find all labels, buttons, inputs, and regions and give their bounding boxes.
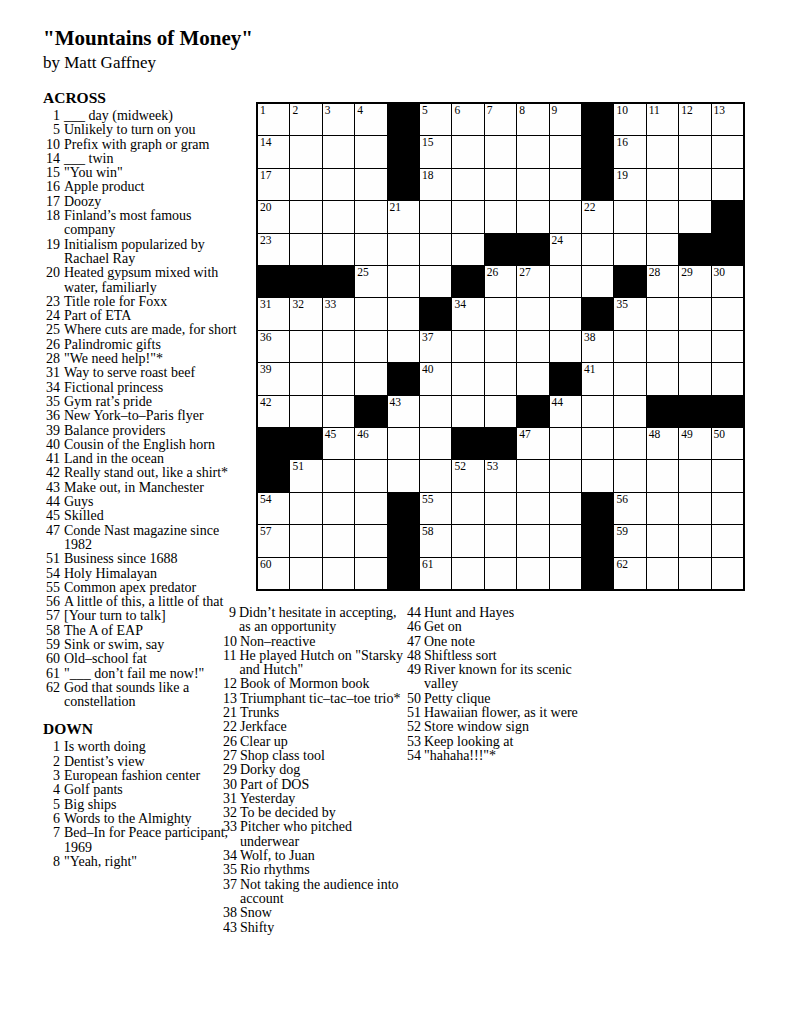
grid-cell[interactable]: 37 xyxy=(420,331,451,362)
clue-number: 27 xyxy=(223,749,237,763)
grid-cell[interactable]: 25 xyxy=(355,266,386,297)
cell-number: 15 xyxy=(422,136,434,148)
cell-number: 43 xyxy=(390,396,402,408)
grid-cell[interactable] xyxy=(517,201,548,232)
grid-cell[interactable] xyxy=(679,525,710,556)
grid-cell[interactable] xyxy=(355,169,386,200)
grid-cell[interactable] xyxy=(323,201,354,232)
clue-text: Title role for Foxx xyxy=(64,295,244,309)
grid-cell[interactable] xyxy=(485,525,516,556)
clue-number: 10 xyxy=(223,635,237,649)
grid-cell[interactable]: 5 xyxy=(420,104,451,135)
grid-cell[interactable]: 27 xyxy=(517,266,548,297)
grid-cell[interactable] xyxy=(388,266,419,297)
cell-number: 24 xyxy=(552,234,564,246)
grid-cell[interactable]: 24 xyxy=(550,234,581,265)
grid-cell[interactable]: 3 xyxy=(323,104,354,135)
grid-cell[interactable]: 49 xyxy=(679,428,710,459)
grid-cell[interactable] xyxy=(647,298,678,329)
clue-item: 36New York–to–Paris flyer xyxy=(43,409,244,423)
grid-cell[interactable] xyxy=(550,169,581,200)
grid-cell[interactable]: 38 xyxy=(582,331,613,362)
clue-number: 24 xyxy=(43,309,60,323)
grid-cell[interactable] xyxy=(290,234,321,265)
clue-text: Way to serve roast beef xyxy=(64,366,244,380)
black-cell xyxy=(582,136,613,167)
grid-cell[interactable] xyxy=(355,298,386,329)
grid-cell[interactable] xyxy=(452,136,483,167)
grid-cell[interactable]: 10 xyxy=(614,104,645,135)
grid-cell[interactable] xyxy=(517,169,548,200)
grid-cell[interactable] xyxy=(712,460,743,491)
clue-item: 13Triumphant tic–tac–toe trio* xyxy=(223,692,406,706)
grid-cell[interactable] xyxy=(290,396,321,427)
grid-cell[interactable] xyxy=(420,266,451,297)
grid-cell[interactable] xyxy=(452,169,483,200)
grid-cell[interactable] xyxy=(550,201,581,232)
grid-cell[interactable] xyxy=(582,428,613,459)
grid-cell[interactable] xyxy=(550,136,581,167)
grid-cell[interactable] xyxy=(550,460,581,491)
clue-text: Didn’t hesitate in accepting, as an oppo… xyxy=(239,606,406,635)
grid-cell[interactable]: 1 xyxy=(258,104,289,135)
grid-cell[interactable] xyxy=(485,558,516,589)
cell-number: 20 xyxy=(260,201,272,213)
grid-cell[interactable]: 6 xyxy=(452,104,483,135)
grid-cell[interactable] xyxy=(355,493,386,524)
clue-item: 54Holy Himalayan xyxy=(43,567,244,581)
grid-cell[interactable]: 18 xyxy=(420,169,451,200)
grid-cell[interactable] xyxy=(582,234,613,265)
grid-cell[interactable] xyxy=(323,331,354,362)
grid-cell[interactable] xyxy=(452,493,483,524)
clue-number: 29 xyxy=(223,763,237,777)
clue-item: 61"___ don’t fail me now!" xyxy=(43,667,244,681)
grid-cell[interactable] xyxy=(388,428,419,459)
grid-cell[interactable] xyxy=(420,234,451,265)
grid-cell[interactable] xyxy=(485,169,516,200)
grid-cell[interactable] xyxy=(452,363,483,394)
grid-cell[interactable]: 47 xyxy=(517,428,548,459)
grid-cell[interactable] xyxy=(550,298,581,329)
clue-item: 1___ day (midweek) xyxy=(43,109,244,123)
clue-item: 43Shifty xyxy=(223,921,406,935)
clue-item: 44Guys xyxy=(43,495,244,509)
grid-cell[interactable] xyxy=(647,525,678,556)
clue-item: 44Hunt and Hayes xyxy=(407,606,603,620)
grid-cell[interactable]: 54 xyxy=(258,493,289,524)
grid-cell[interactable] xyxy=(290,363,321,394)
grid-cell[interactable] xyxy=(614,460,645,491)
black-cell xyxy=(647,396,678,427)
clue-number: 16 xyxy=(43,180,60,194)
grid-cell[interactable]: 14 xyxy=(258,136,289,167)
grid-cell[interactable]: 53 xyxy=(485,460,516,491)
grid-cell[interactable] xyxy=(388,331,419,362)
grid-cell[interactable] xyxy=(712,298,743,329)
grid-cell[interactable] xyxy=(355,558,386,589)
clue-number: 46 xyxy=(407,620,421,634)
grid-cell[interactable] xyxy=(420,201,451,232)
black-cell xyxy=(550,363,581,394)
grid-cell[interactable]: 9 xyxy=(550,104,581,135)
grid-cell[interactable]: 59 xyxy=(614,525,645,556)
clue-number: 43 xyxy=(223,921,237,935)
cell-number: 37 xyxy=(422,331,434,343)
grid-cell[interactable] xyxy=(290,493,321,524)
grid-cell[interactable] xyxy=(679,558,710,589)
grid-cell[interactable]: 41 xyxy=(582,363,613,394)
grid-cell[interactable]: 28 xyxy=(647,266,678,297)
grid-cell[interactable]: 15 xyxy=(420,136,451,167)
grid-cell[interactable] xyxy=(647,234,678,265)
grid-cell[interactable]: 7 xyxy=(485,104,516,135)
grid-cell[interactable]: 57 xyxy=(258,525,289,556)
grid-cell[interactable] xyxy=(323,525,354,556)
grid-cell[interactable] xyxy=(647,169,678,200)
cell-number: 7 xyxy=(487,104,493,116)
grid-cell[interactable] xyxy=(485,363,516,394)
clue-text: European fashion center xyxy=(64,769,244,783)
grid-cell[interactable]: 4 xyxy=(355,104,386,135)
clue-text: Initialism popularized by Rachael Ray xyxy=(64,238,244,267)
clue-item: 50Petty clique xyxy=(407,692,603,706)
grid-cell[interactable] xyxy=(323,234,354,265)
grid-cell[interactable] xyxy=(355,363,386,394)
clue-text: Triumphant tic–tac–toe trio* xyxy=(240,692,406,706)
grid-cell[interactable]: 62 xyxy=(614,558,645,589)
clue-text: Get on xyxy=(424,620,603,634)
clue-text: Business since 1688 xyxy=(64,552,244,566)
grid-cell[interactable]: 43 xyxy=(388,396,419,427)
grid-cell[interactable] xyxy=(517,331,548,362)
cell-number: 10 xyxy=(616,104,628,116)
cell-number: 3 xyxy=(325,104,331,116)
grid-cell[interactable] xyxy=(614,234,645,265)
grid-cell[interactable] xyxy=(290,201,321,232)
black-cell xyxy=(712,201,743,232)
grid-cell[interactable]: 32 xyxy=(290,298,321,329)
grid-cell[interactable] xyxy=(517,136,548,167)
grid-cell[interactable] xyxy=(679,363,710,394)
clue-text: Store window sign xyxy=(424,720,603,734)
grid-cell[interactable] xyxy=(355,136,386,167)
grid-cell[interactable] xyxy=(485,396,516,427)
clue-number: 40 xyxy=(43,438,60,452)
clue-text: "We need help!"* xyxy=(64,352,244,366)
grid-cell[interactable]: 30 xyxy=(712,266,743,297)
puzzle-byline: by Matt Gaffney xyxy=(43,53,156,73)
grid-cell[interactable] xyxy=(323,558,354,589)
clue-number: 7 xyxy=(43,826,60,840)
grid-cell[interactable]: 12 xyxy=(679,104,710,135)
black-cell xyxy=(582,558,613,589)
clue-number: 47 xyxy=(43,524,60,538)
clue-number: 28 xyxy=(43,352,60,366)
grid-cell[interactable] xyxy=(550,525,581,556)
grid-cell[interactable]: 13 xyxy=(712,104,743,135)
clue-item: 28"We need help!"* xyxy=(43,352,244,366)
grid-cell[interactable] xyxy=(647,493,678,524)
grid-cell[interactable]: 35 xyxy=(614,298,645,329)
clue-text: Old–school fat xyxy=(64,652,244,666)
grid-cell[interactable] xyxy=(517,298,548,329)
clue-item: 11He played Hutch on "Starsky and Hutch" xyxy=(223,649,406,678)
grid-cell[interactable]: 21 xyxy=(388,201,419,232)
grid-cell[interactable] xyxy=(517,558,548,589)
grid-cell[interactable] xyxy=(647,558,678,589)
across-clue-list: 1___ day (midweek)5Unlikely to turn on y… xyxy=(43,109,244,709)
grid-cell[interactable] xyxy=(550,266,581,297)
grid-cell[interactable] xyxy=(290,331,321,362)
black-cell xyxy=(420,298,451,329)
clue-item: 58The A of EAP xyxy=(43,624,244,638)
grid-cell[interactable] xyxy=(582,266,613,297)
cell-number: 50 xyxy=(714,428,726,440)
grid-cell[interactable] xyxy=(355,331,386,362)
grid-cell[interactable] xyxy=(323,493,354,524)
clue-item: 38Snow xyxy=(223,906,406,920)
clue-text: Rio rhythms xyxy=(240,863,406,877)
grid-cell[interactable] xyxy=(452,201,483,232)
grid-cell[interactable] xyxy=(452,331,483,362)
grid-cell[interactable] xyxy=(712,169,743,200)
grid-cell[interactable] xyxy=(485,331,516,362)
clue-item: 26Clear up xyxy=(223,735,406,749)
clue-item: 22Jerkface xyxy=(223,720,406,734)
grid-cell[interactable]: 16 xyxy=(614,136,645,167)
cell-number: 58 xyxy=(422,525,434,537)
grid-cell[interactable] xyxy=(647,201,678,232)
across-header: ACROSS xyxy=(43,89,244,106)
clue-item: 23Title role for Foxx xyxy=(43,295,244,309)
grid-cell[interactable]: 8 xyxy=(517,104,548,135)
cell-number: 39 xyxy=(260,363,272,375)
grid-cell[interactable] xyxy=(420,428,451,459)
grid-cell[interactable] xyxy=(323,169,354,200)
grid-cell[interactable] xyxy=(323,363,354,394)
grid-cell[interactable] xyxy=(614,363,645,394)
grid-cell[interactable] xyxy=(517,493,548,524)
grid-cell[interactable]: 20 xyxy=(258,201,289,232)
clue-item: 45Skilled xyxy=(43,509,244,523)
grid-cell[interactable]: 22 xyxy=(582,201,613,232)
left-clue-column: ACROSS 1___ day (midweek)5Unlikely to tu… xyxy=(43,89,244,869)
grid-cell[interactable] xyxy=(485,298,516,329)
grid-cell[interactable] xyxy=(290,525,321,556)
clue-number: 12 xyxy=(223,677,237,691)
clue-text: Gym rat’s pride xyxy=(64,395,244,409)
grid-cell[interactable] xyxy=(712,331,743,362)
grid-cell[interactable]: 61 xyxy=(420,558,451,589)
grid-cell[interactable] xyxy=(550,558,581,589)
grid-cell[interactable] xyxy=(582,460,613,491)
clue-text: Land in the ocean xyxy=(64,452,244,466)
grid-cell[interactable] xyxy=(290,136,321,167)
clue-text: Clear up xyxy=(240,735,406,749)
black-cell xyxy=(582,104,613,135)
grid-cell[interactable] xyxy=(452,558,483,589)
clue-number: 50 xyxy=(407,692,421,706)
clue-number: 51 xyxy=(407,706,421,720)
grid-cell[interactable] xyxy=(388,298,419,329)
black-cell xyxy=(679,234,710,265)
clue-number: 45 xyxy=(43,509,60,523)
clue-number: 57 xyxy=(43,609,60,623)
black-cell xyxy=(712,396,743,427)
grid-cell[interactable]: 31 xyxy=(258,298,289,329)
cell-number: 14 xyxy=(260,136,272,148)
grid-cell[interactable]: 34 xyxy=(452,298,483,329)
grid-cell[interactable] xyxy=(290,169,321,200)
grid-cell[interactable] xyxy=(679,331,710,362)
grid-cell[interactable]: 17 xyxy=(258,169,289,200)
grid-cell[interactable] xyxy=(290,558,321,589)
grid-cell[interactable] xyxy=(355,201,386,232)
grid-cell[interactable] xyxy=(679,493,710,524)
clue-text: "Yeah, right" xyxy=(64,855,244,869)
grid-cell[interactable] xyxy=(452,396,483,427)
clue-item: 26Palindromic gifts xyxy=(43,338,244,352)
grid-cell[interactable] xyxy=(485,136,516,167)
grid-cell[interactable] xyxy=(614,331,645,362)
cell-number: 46 xyxy=(357,428,369,440)
grid-cell[interactable] xyxy=(679,298,710,329)
grid-cell[interactable] xyxy=(679,136,710,167)
grid-cell[interactable]: 40 xyxy=(420,363,451,394)
grid-cell[interactable]: 11 xyxy=(647,104,678,135)
grid-cell[interactable]: 29 xyxy=(679,266,710,297)
grid-cell[interactable] xyxy=(712,136,743,167)
grid-cell[interactable] xyxy=(550,331,581,362)
grid-cell[interactable]: 58 xyxy=(420,525,451,556)
clue-item: 5Big ships xyxy=(43,798,244,812)
grid-cell[interactable] xyxy=(614,201,645,232)
grid-cell[interactable] xyxy=(485,493,516,524)
cell-number: 29 xyxy=(681,266,693,278)
clue-text: Snow xyxy=(240,906,406,920)
grid-cell[interactable]: 26 xyxy=(485,266,516,297)
black-cell xyxy=(388,169,419,200)
grid-cell[interactable]: 48 xyxy=(647,428,678,459)
grid-cell[interactable] xyxy=(485,201,516,232)
grid-cell[interactable] xyxy=(323,136,354,167)
black-cell xyxy=(388,104,419,135)
grid-cell[interactable]: 46 xyxy=(355,428,386,459)
grid-cell[interactable] xyxy=(550,428,581,459)
clue-text: [Your turn to talk] xyxy=(64,609,244,623)
grid-cell[interactable]: 44 xyxy=(550,396,581,427)
grid-cell[interactable]: 19 xyxy=(614,169,645,200)
cell-number: 62 xyxy=(616,558,628,570)
grid-cell[interactable]: 36 xyxy=(258,331,289,362)
black-cell xyxy=(388,558,419,589)
grid-cell[interactable]: 45 xyxy=(323,428,354,459)
grid-cell[interactable] xyxy=(679,169,710,200)
grid-cell[interactable] xyxy=(452,234,483,265)
grid-cell[interactable] xyxy=(614,396,645,427)
clue-text: Apple product xyxy=(64,180,244,194)
grid-cell[interactable] xyxy=(679,460,710,491)
grid-cell[interactable] xyxy=(647,363,678,394)
cell-number: 33 xyxy=(325,298,337,310)
clue-text: River known for its scenic valley xyxy=(424,663,603,692)
grid-cell[interactable]: 60 xyxy=(258,558,289,589)
grid-cell[interactable] xyxy=(323,396,354,427)
clue-number: 53 xyxy=(407,735,421,749)
grid-cell[interactable] xyxy=(679,201,710,232)
grid-cell[interactable] xyxy=(712,525,743,556)
grid-cell[interactable]: 55 xyxy=(420,493,451,524)
grid-cell[interactable] xyxy=(388,460,419,491)
grid-cell[interactable]: 42 xyxy=(258,396,289,427)
black-cell xyxy=(290,428,321,459)
grid-cell[interactable] xyxy=(550,493,581,524)
clue-item: 31Yesterday xyxy=(223,792,406,806)
grid-cell[interactable] xyxy=(647,460,678,491)
clue-text: Part of ETA xyxy=(64,309,244,323)
clue-item: 39Balance providers xyxy=(43,424,244,438)
clue-number: 36 xyxy=(43,409,60,423)
grid-cell[interactable] xyxy=(323,460,354,491)
clue-item: 10Prefix with graph or gram xyxy=(43,138,244,152)
clue-item: 49River known for its scenic valley xyxy=(407,663,603,692)
black-cell xyxy=(452,428,483,459)
clue-item: 8"Yeah, right" xyxy=(43,855,244,869)
clue-item: 27Shop class tool xyxy=(223,749,406,763)
grid-cell[interactable]: 33 xyxy=(323,298,354,329)
grid-cell[interactable] xyxy=(517,525,548,556)
grid-cell[interactable] xyxy=(517,460,548,491)
grid-cell[interactable]: 52 xyxy=(452,460,483,491)
grid-cell[interactable] xyxy=(712,558,743,589)
grid-cell[interactable] xyxy=(355,525,386,556)
grid-cell[interactable] xyxy=(517,363,548,394)
grid-cell[interactable] xyxy=(582,396,613,427)
cell-number: 49 xyxy=(681,428,693,440)
grid-cell[interactable] xyxy=(647,331,678,362)
grid-cell[interactable] xyxy=(647,136,678,167)
grid-cell[interactable]: 2 xyxy=(290,104,321,135)
grid-cell[interactable]: 56 xyxy=(614,493,645,524)
clue-number: 3 xyxy=(43,769,60,783)
cell-number: 28 xyxy=(649,266,661,278)
grid-cell[interactable] xyxy=(420,460,451,491)
clue-number: 23 xyxy=(43,295,60,309)
clue-number: 44 xyxy=(407,606,421,620)
clue-number: 34 xyxy=(43,381,60,395)
grid-cell[interactable] xyxy=(712,363,743,394)
grid-cell[interactable] xyxy=(452,525,483,556)
grid-cell[interactable] xyxy=(614,428,645,459)
clue-item: 57[Your turn to talk] xyxy=(43,609,244,623)
grid-cell[interactable]: 23 xyxy=(258,234,289,265)
grid-cell[interactable] xyxy=(355,234,386,265)
grid-cell[interactable] xyxy=(712,493,743,524)
clue-item: 47One note xyxy=(407,635,603,649)
grid-cell[interactable] xyxy=(355,460,386,491)
grid-cell[interactable]: 51 xyxy=(290,460,321,491)
grid-cell[interactable] xyxy=(420,396,451,427)
cell-number: 51 xyxy=(292,460,304,472)
grid-cell[interactable]: 39 xyxy=(258,363,289,394)
grid-cell[interactable] xyxy=(388,234,419,265)
grid-cell[interactable]: 50 xyxy=(712,428,743,459)
clue-text: Palindromic gifts xyxy=(64,338,244,352)
clue-number: 58 xyxy=(43,624,60,638)
clue-text: Dentist’s view xyxy=(64,755,244,769)
clue-item: 31Way to serve roast beef xyxy=(43,366,244,380)
